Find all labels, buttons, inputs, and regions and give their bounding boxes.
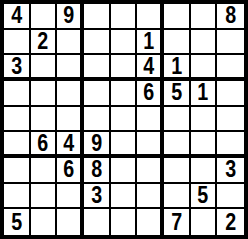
cell-r1c6[interactable] xyxy=(137,4,164,30)
given-digit: 5 xyxy=(11,210,22,235)
cell-r4c4[interactable] xyxy=(84,81,111,107)
cell-r1c4[interactable] xyxy=(84,4,111,30)
cell-r1c7[interactable] xyxy=(164,4,191,30)
given-digit: 8 xyxy=(91,158,102,182)
cell-r2c5[interactable] xyxy=(111,30,138,56)
cell-r3c9[interactable] xyxy=(217,55,244,81)
given-digit: 1 xyxy=(171,55,182,78)
cell-r9c9[interactable]: 2 xyxy=(217,209,244,235)
cell-r8c8[interactable]: 5 xyxy=(191,184,218,210)
cell-r7c7[interactable] xyxy=(164,158,191,184)
given-digit: 6 xyxy=(63,158,74,182)
given-digit: 3 xyxy=(91,184,102,208)
cell-r5c8[interactable] xyxy=(191,107,218,133)
cell-r6c6[interactable] xyxy=(137,132,164,158)
cell-r1c2[interactable] xyxy=(31,4,58,30)
cell-r1c3[interactable]: 9 xyxy=(57,4,84,30)
cell-r2c2[interactable]: 2 xyxy=(31,30,58,56)
cell-r7c1[interactable] xyxy=(4,158,31,184)
cell-r5c2[interactable] xyxy=(31,107,58,133)
cell-r2c8[interactable] xyxy=(191,30,218,56)
cell-r6c1[interactable] xyxy=(4,132,31,158)
cell-r3c6[interactable]: 4 xyxy=(137,55,164,81)
given-digit: 1 xyxy=(198,81,209,105)
cell-r1c9[interactable]: 8 xyxy=(217,4,244,30)
given-digit: 3 xyxy=(11,55,22,78)
cell-r4c1[interactable] xyxy=(4,81,31,107)
cell-r9c8[interactable] xyxy=(191,209,218,235)
given-digit: 5 xyxy=(171,81,182,105)
cell-r8c1[interactable] xyxy=(4,184,31,210)
given-digit: 4 xyxy=(143,55,154,78)
cell-r2c6[interactable]: 1 xyxy=(137,30,164,56)
cell-r5c1[interactable] xyxy=(4,107,31,133)
cell-r8c9[interactable] xyxy=(217,184,244,210)
cell-r5c4[interactable] xyxy=(84,107,111,133)
cell-r5c7[interactable] xyxy=(164,107,191,133)
cell-r9c6[interactable] xyxy=(137,209,164,235)
cell-r5c6[interactable] xyxy=(137,107,164,133)
cell-r7c2[interactable] xyxy=(31,158,58,184)
cell-r2c3[interactable] xyxy=(57,30,84,56)
cell-r1c1[interactable]: 4 xyxy=(4,4,31,30)
cell-r8c2[interactable] xyxy=(31,184,58,210)
cell-r7c5[interactable] xyxy=(111,158,138,184)
cell-r3c4[interactable] xyxy=(84,55,111,81)
cell-r7c9[interactable]: 3 xyxy=(217,158,244,184)
cell-r4c8[interactable]: 1 xyxy=(191,81,218,107)
given-digit: 5 xyxy=(198,184,209,208)
cell-r3c7[interactable]: 1 xyxy=(164,55,191,81)
cell-r9c7[interactable]: 7 xyxy=(164,209,191,235)
given-digit: 2 xyxy=(225,210,236,235)
cell-r3c8[interactable] xyxy=(191,55,218,81)
cell-r4c7[interactable]: 5 xyxy=(164,81,191,107)
cell-r8c4[interactable]: 3 xyxy=(84,184,111,210)
cell-r6c5[interactable] xyxy=(111,132,138,158)
cell-r6c3[interactable]: 4 xyxy=(57,132,84,158)
cell-r4c6[interactable]: 6 xyxy=(137,81,164,107)
cell-r8c3[interactable] xyxy=(57,184,84,210)
given-digit: 8 xyxy=(225,4,236,28)
given-digit: 9 xyxy=(91,132,102,155)
cell-r7c6[interactable] xyxy=(137,158,164,184)
cell-r9c5[interactable] xyxy=(111,209,138,235)
cell-r8c5[interactable] xyxy=(111,184,138,210)
cell-r7c3[interactable]: 6 xyxy=(57,158,84,184)
given-digit: 7 xyxy=(171,210,182,235)
cell-r7c4[interactable]: 8 xyxy=(84,158,111,184)
cell-r1c5[interactable] xyxy=(111,4,138,30)
cell-r1c8[interactable] xyxy=(191,4,218,30)
cell-r6c8[interactable] xyxy=(191,132,218,158)
cell-r9c3[interactable] xyxy=(57,209,84,235)
sudoku-board: 4982134165164968335572 xyxy=(0,0,248,239)
cell-r2c4[interactable] xyxy=(84,30,111,56)
given-digit: 4 xyxy=(11,4,22,28)
cell-r2c7[interactable] xyxy=(164,30,191,56)
given-digit: 2 xyxy=(38,30,49,54)
cell-r9c2[interactable] xyxy=(31,209,58,235)
given-digit: 4 xyxy=(63,132,74,155)
cell-r4c5[interactable] xyxy=(111,81,138,107)
given-digit: 9 xyxy=(63,4,74,28)
cell-r5c3[interactable] xyxy=(57,107,84,133)
cell-r7c8[interactable] xyxy=(191,158,218,184)
cell-r8c7[interactable] xyxy=(164,184,191,210)
cell-r2c9[interactable] xyxy=(217,30,244,56)
cell-r2c1[interactable] xyxy=(4,30,31,56)
cell-r6c4[interactable]: 9 xyxy=(84,132,111,158)
given-digit: 3 xyxy=(225,158,236,182)
given-digit: 6 xyxy=(38,132,49,155)
cell-r6c2[interactable]: 6 xyxy=(31,132,58,158)
cell-r3c5[interactable] xyxy=(111,55,138,81)
cell-r5c5[interactable] xyxy=(111,107,138,133)
cell-r6c9[interactable] xyxy=(217,132,244,158)
cell-r6c7[interactable] xyxy=(164,132,191,158)
cell-r5c9[interactable] xyxy=(217,107,244,133)
cell-r9c4[interactable] xyxy=(84,209,111,235)
cell-r3c3[interactable] xyxy=(57,55,84,81)
cell-r9c1[interactable]: 5 xyxy=(4,209,31,235)
given-digit: 6 xyxy=(143,81,154,105)
cell-r4c9[interactable] xyxy=(217,81,244,107)
cell-r8c6[interactable] xyxy=(137,184,164,210)
given-digit: 1 xyxy=(143,30,154,54)
cell-r3c1[interactable]: 3 xyxy=(4,55,31,81)
cell-r4c3[interactable] xyxy=(57,81,84,107)
cell-r3c2[interactable] xyxy=(31,55,58,81)
cell-r4c2[interactable] xyxy=(31,81,58,107)
